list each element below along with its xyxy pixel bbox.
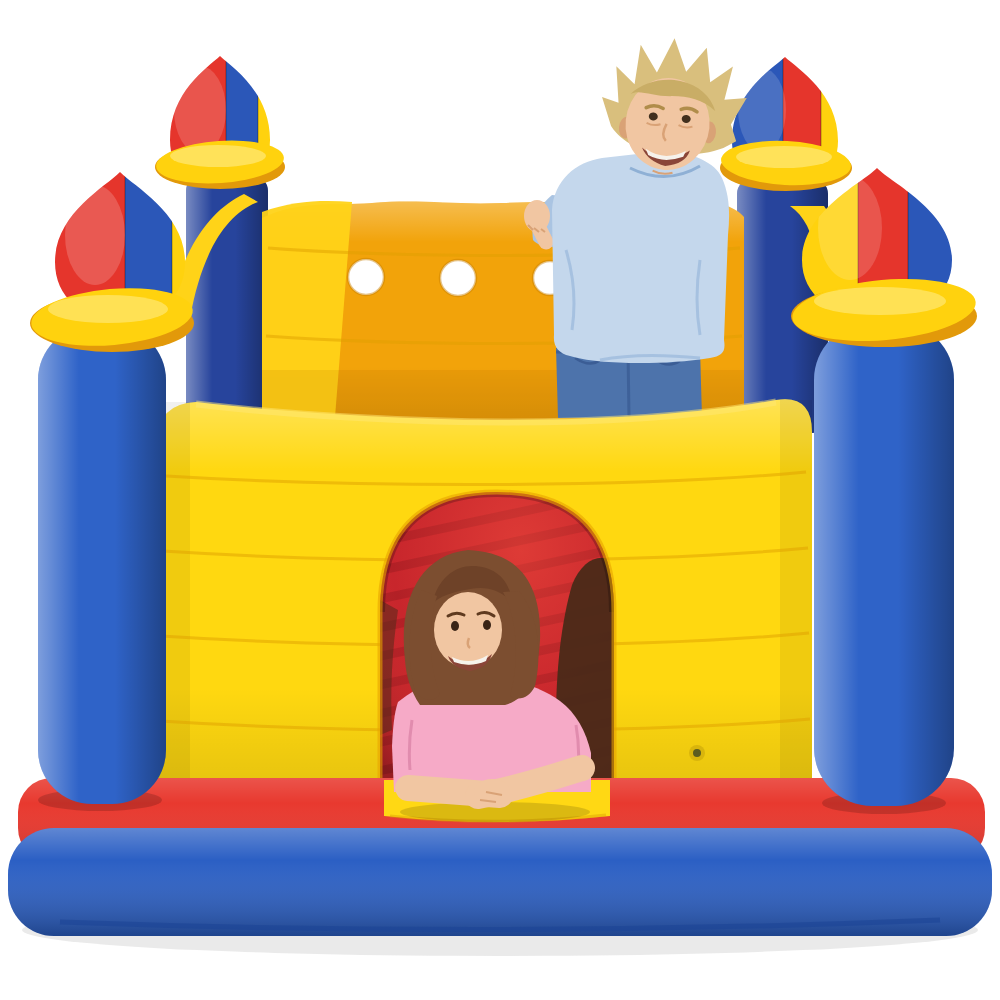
back-right-ring-highlight xyxy=(736,146,832,168)
tower-front-right xyxy=(790,155,979,806)
illustration xyxy=(0,0,1000,1000)
boy-shirt xyxy=(552,152,729,363)
base-shading xyxy=(8,828,992,936)
girl-eye-left xyxy=(451,621,459,631)
back-left-ring-highlight xyxy=(170,145,266,167)
girl-face xyxy=(434,592,502,668)
boy-left-fist xyxy=(524,200,550,232)
front-left-column-shading xyxy=(38,326,166,804)
girl-eye-right xyxy=(483,620,491,630)
air-valve-center xyxy=(693,749,701,757)
porthole-2 xyxy=(440,260,476,296)
base xyxy=(8,828,992,936)
front-right-column-shading xyxy=(814,322,954,806)
front-left-ring-highlight xyxy=(48,295,168,323)
front-right-ring-highlight xyxy=(814,287,946,315)
porthole-1 xyxy=(348,259,384,295)
bouncy-castle-photo xyxy=(0,0,1000,1000)
front-wall-right-shade xyxy=(780,400,812,800)
